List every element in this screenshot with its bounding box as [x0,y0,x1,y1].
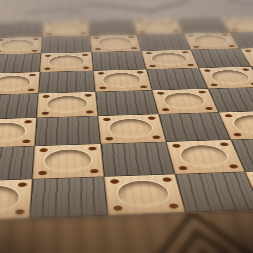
square-c8[interactable] [0,22,43,38]
square-c3[interactable] [0,118,37,148]
square-d7[interactable] [41,36,91,54]
square-d4[interactable] [37,92,98,118]
far-left-arc-icon [28,9,81,13]
square-d2[interactable] [32,144,104,179]
board-grid [0,17,253,228]
square-e4[interactable] [95,90,158,116]
square-f4[interactable] [152,89,219,114]
square-g5[interactable] [199,67,253,89]
square-c5[interactable] [0,72,40,95]
square-e5[interactable] [93,69,152,91]
square-c7[interactable] [0,37,42,55]
square-e1[interactable] [104,174,185,215]
square-d1[interactable] [30,177,108,219]
square-e2[interactable] [101,142,175,177]
square-e8[interactable] [88,20,137,36]
square-d5[interactable] [38,71,95,94]
square-c6[interactable] [0,53,41,73]
square-e6[interactable] [91,51,146,71]
square-f5[interactable] [146,68,208,90]
square-f1[interactable] [175,172,253,213]
board-photo-scene [0,0,253,253]
square-c4[interactable] [0,93,38,119]
square-c1[interactable] [0,179,32,221]
square-c2[interactable] [0,146,35,182]
square-e3[interactable] [98,114,166,144]
square-d8[interactable] [42,21,89,37]
square-d6[interactable] [40,52,93,72]
square-d3[interactable] [35,116,101,146]
square-f6[interactable] [141,50,199,70]
wooden-table-plane [0,0,253,253]
square-e7[interactable] [90,35,142,53]
square-f8[interactable] [133,19,184,35]
square-f7[interactable] [137,34,191,51]
